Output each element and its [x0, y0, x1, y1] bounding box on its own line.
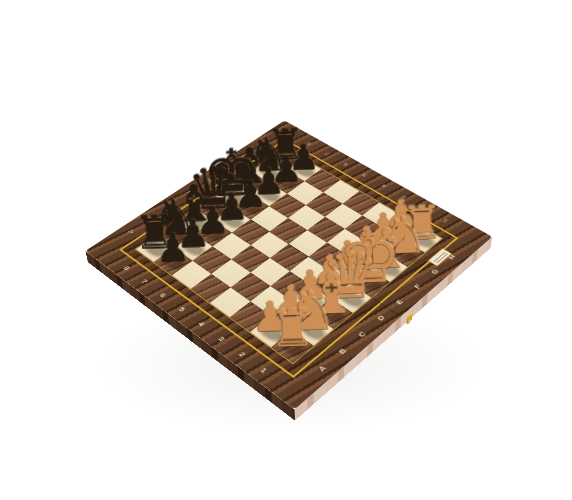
product-photo-scene: ♜♟♟♜♞♟♟♞♝♟♟♝♚♟♟♚♛♟♟♛♝♟♟♝♞♟♟♞♜♟♟♜ HH88GG7… [0, 0, 572, 500]
rank-label-4: 4 [192, 317, 210, 331]
file-label-f: F [409, 280, 427, 293]
camera-view: ♜♟♟♜♞♟♟♞♝♟♟♝♚♟♟♚♛♟♟♛♝♟♟♝♞♟♟♞♜♟♟♜ HH88GG7… [0, 0, 572, 500]
board-top-face: ♜♟♟♜♞♟♟♞♝♟♟♝♚♟♟♚♛♟♟♛♝♟♟♝♞♟♟♞♜♟♟♜ HH88GG7… [85, 121, 492, 410]
square-a1[interactable]: ♜ [271, 331, 313, 363]
file-label-g: G [427, 265, 445, 278]
file-label-h: H [444, 251, 461, 263]
file-label-a: A [314, 361, 333, 376]
brass-latch [406, 311, 413, 325]
piece-white-rook-a1[interactable]: ♜ [250, 243, 331, 347]
rank-label-5: 5 [173, 303, 191, 316]
square-a7[interactable]: ♟ [154, 248, 193, 275]
file-label-c: C [354, 327, 373, 341]
rank-label-7: 7 [135, 275, 153, 288]
rank-label-6: 6 [154, 289, 172, 302]
rank-label-8: 8 [118, 262, 135, 274]
rank-label-2: 2 [232, 347, 251, 362]
file-label-e: E [391, 295, 409, 308]
rank-label-1: 1 [254, 363, 273, 378]
file-label-d: D [373, 311, 391, 325]
gold-border: ♜♟♟♜♞♟♟♞♝♟♟♝♚♟♟♚♛♟♟♛♝♟♟♝♞♟♟♞♜♟♟♜ [119, 139, 458, 378]
file-label-b: B [334, 344, 353, 359]
piece-black-pawn-a7[interactable]: ♟ [134, 167, 208, 263]
chess-board: ♜♟♟♜♞♟♟♞♝♟♟♝♚♟♟♚♛♟♟♛♝♟♟♝♞♟♟♞♜♟♟♜ HH88GG7… [85, 121, 492, 410]
rank-label-3: 3 [212, 332, 231, 346]
